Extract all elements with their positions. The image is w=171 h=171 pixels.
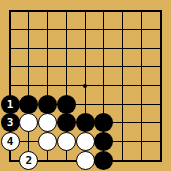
grid-line-vertical [122, 11, 123, 160]
move-number-label: 3 [7, 117, 14, 128]
stone-black[interactable] [57, 113, 76, 132]
move-number-label: 1 [7, 99, 14, 110]
stone-black-move-3[interactable]: 3 [1, 113, 20, 132]
grid-line-vertical [141, 11, 142, 160]
move-number-label: 2 [25, 155, 32, 166]
move-number-label: 4 [7, 136, 14, 147]
stone-white[interactable] [76, 132, 95, 151]
stone-white-move-2[interactable]: 2 [19, 151, 38, 170]
stone-black[interactable] [94, 151, 113, 170]
stone-black[interactable] [76, 113, 95, 132]
stone-white[interactable] [38, 132, 57, 151]
stone-black-move-1[interactable]: 1 [1, 95, 20, 114]
stone-white[interactable] [76, 151, 95, 170]
star-point [83, 84, 87, 88]
stone-black[interactable] [94, 132, 113, 151]
stone-black[interactable] [57, 95, 76, 114]
stone-black[interactable] [38, 95, 57, 114]
stone-black[interactable] [19, 95, 38, 114]
go-board[interactable]: 1342 [0, 0, 171, 171]
stone-white-move-4[interactable]: 4 [1, 132, 20, 151]
stone-white[interactable] [57, 132, 76, 151]
